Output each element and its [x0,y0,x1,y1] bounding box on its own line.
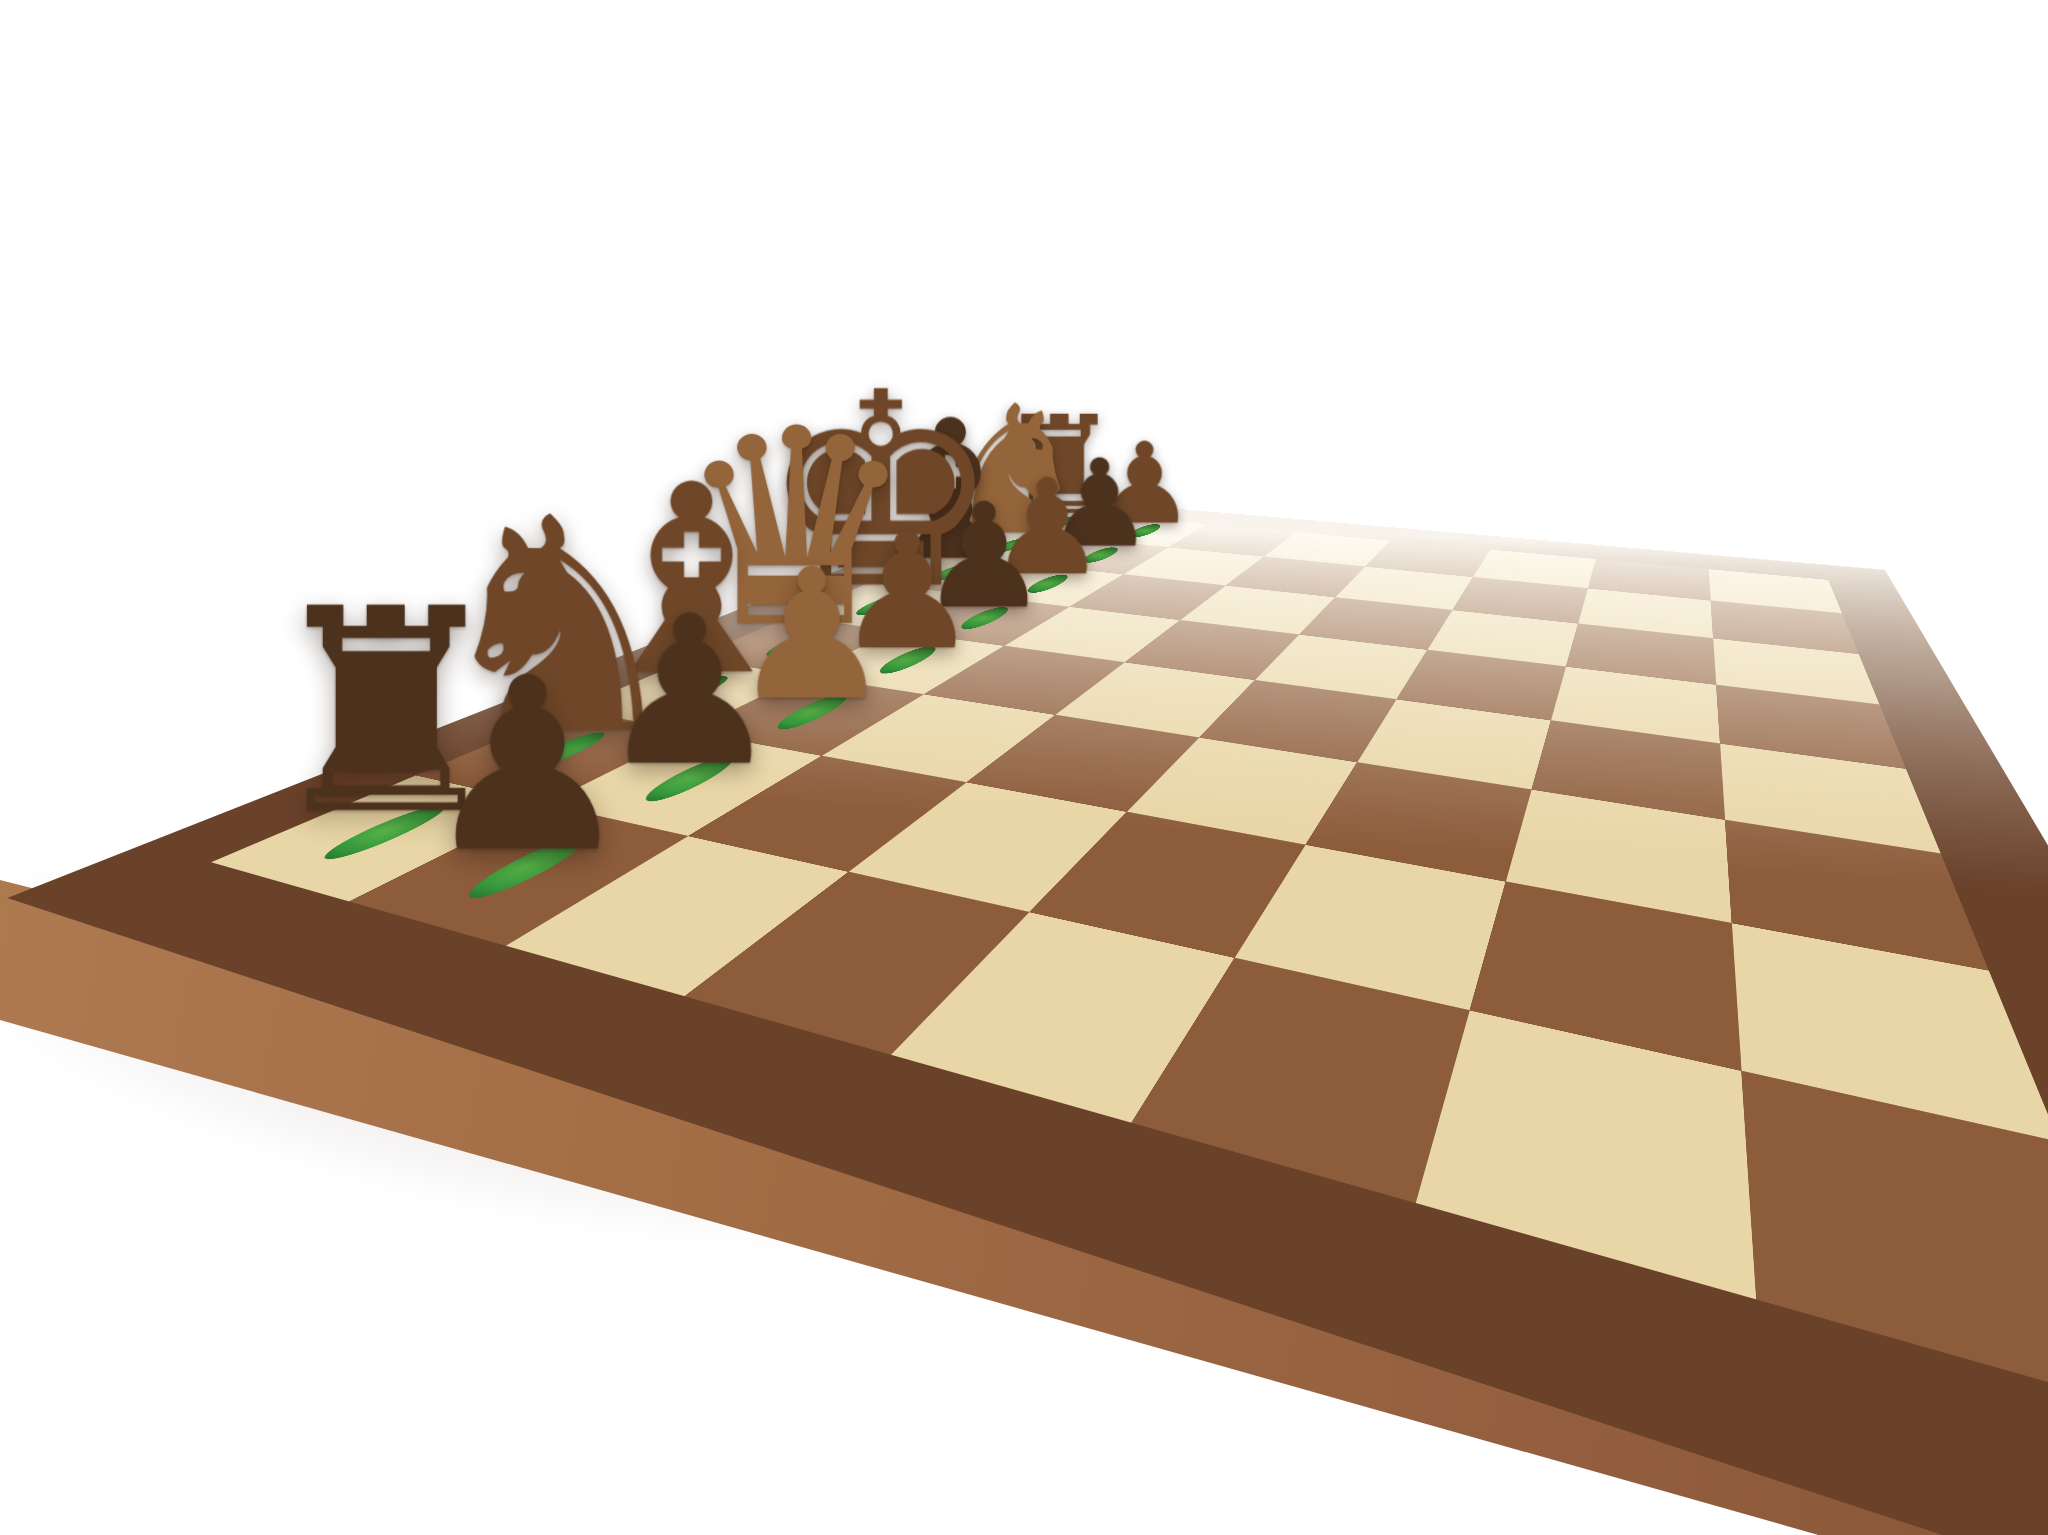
chess-board: ♜♞♟♝♟♚♟♛♟♝♟♞♟♜♟♟ [7,496,2048,1535]
photo-canvas: ♜♞♟♝♟♚♟♛♟♝♟♞♟♜♟♟ [0,0,2048,1535]
scene: ♜♞♟♝♟♚♟♛♟♝♟♞♟♜♟♟ [0,0,2048,1535]
pawn-glyph-a7: ♟ [425,320,630,867]
board-pieces: ♜♞♟♝♟♚♟♛♟♝♟♞♟♜♟♟ [211,509,2048,1417]
